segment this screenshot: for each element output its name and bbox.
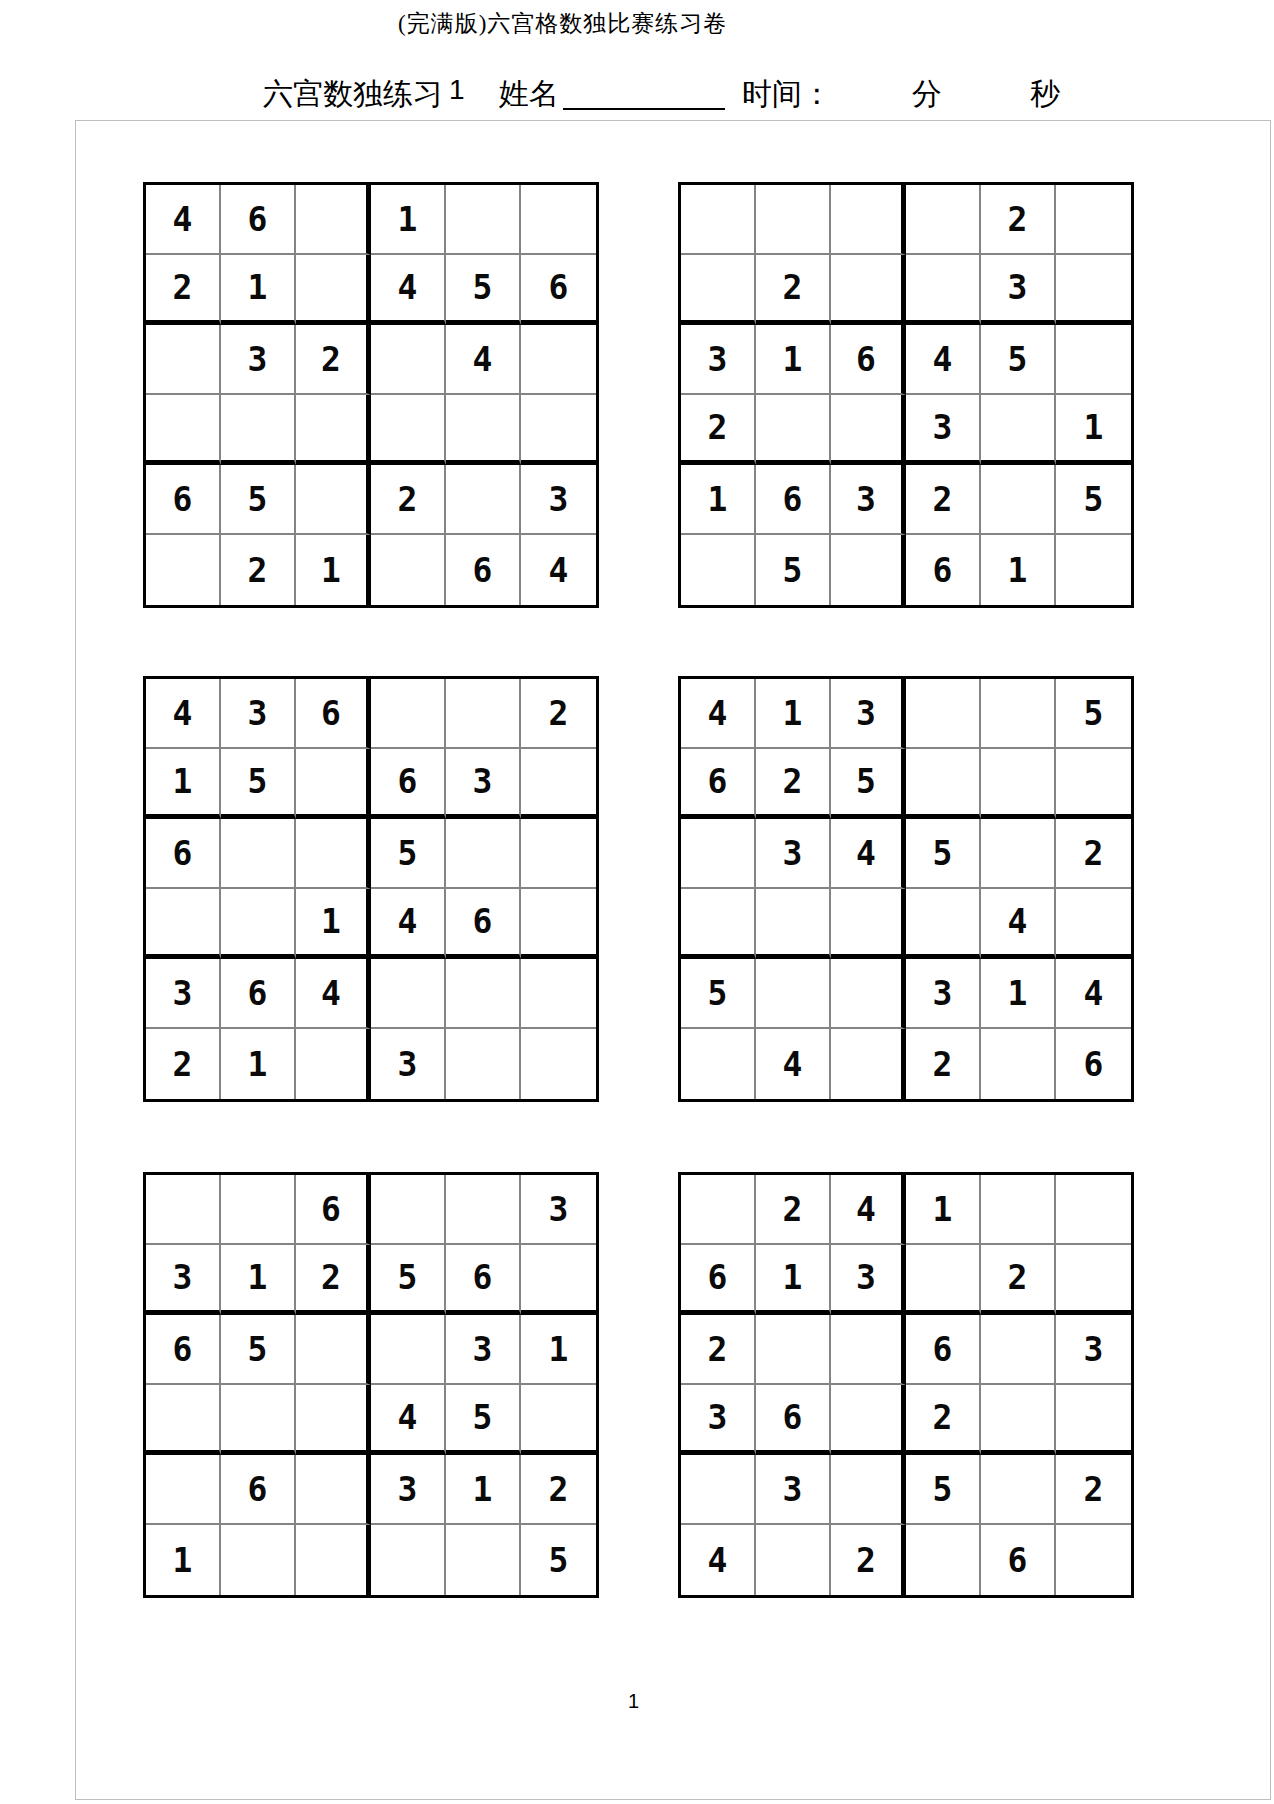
puzzle-1-cell-r6c4 <box>371 535 446 605</box>
puzzle-3-cell-r6c3 <box>296 1029 371 1099</box>
puzzle-6-cell-r5c4: 5 <box>906 1455 981 1525</box>
worksheet-page: (完满版)六宫格数独比赛练习卷 六宫数独练习 1 姓名 时间： 分 秒 4612… <box>0 0 1274 1804</box>
puzzle-4-cell-r2c6 <box>1056 749 1131 819</box>
sudoku-grid-1: 4612145632465232164 <box>143 182 599 608</box>
puzzle-1-cell-r1c6 <box>521 185 596 255</box>
puzzle-4-cell-r5c1: 5 <box>681 959 756 1029</box>
puzzle-1-cell-r4c3 <box>296 395 371 465</box>
puzzle-6-cell-r1c3: 4 <box>831 1175 906 1245</box>
puzzle-2-cell-r4c2 <box>756 395 831 465</box>
puzzle-4-cell-r5c6: 4 <box>1056 959 1131 1029</box>
puzzle-4-cell-r1c6: 5 <box>1056 679 1131 749</box>
puzzle-2-cell-r3c2: 1 <box>756 325 831 395</box>
puzzle-2-cell-r2c5: 3 <box>981 255 1056 325</box>
puzzle-2-cell-r2c4 <box>906 255 981 325</box>
puzzle-5-cell-r3c4 <box>371 1315 446 1385</box>
puzzle-4-cell-r5c5: 1 <box>981 959 1056 1029</box>
puzzle-3-cell-r2c5: 3 <box>446 749 521 819</box>
puzzle-4-cell-r4c1 <box>681 889 756 959</box>
puzzle-5-cell-r1c5 <box>446 1175 521 1245</box>
puzzle-2-cell-r6c4: 6 <box>906 535 981 605</box>
puzzle-6-cell-r3c6: 3 <box>1056 1315 1131 1385</box>
sudoku-grid-6: 2416132263362352426 <box>678 1172 1134 1598</box>
puzzle-2-cell-r2c1 <box>681 255 756 325</box>
puzzle-3-cell-r1c3: 6 <box>296 679 371 749</box>
puzzle-3-cell-r5c3: 4 <box>296 959 371 1029</box>
puzzle-6-cell-r6c1: 4 <box>681 1525 756 1595</box>
puzzle-5-cell-r1c3: 6 <box>296 1175 371 1245</box>
name-label: 姓名 <box>499 74 559 115</box>
puzzle-6-cell-r4c3 <box>831 1385 906 1455</box>
sudoku-grid-2: 2233164523116325561 <box>678 182 1134 608</box>
puzzle-3-cell-r3c1: 6 <box>146 819 221 889</box>
puzzle-2-cell-r5c3: 3 <box>831 465 906 535</box>
puzzle-4-cell-r3c6: 2 <box>1056 819 1131 889</box>
puzzle-3-cell-r4c2 <box>221 889 296 959</box>
puzzle-4-cell-r3c2: 3 <box>756 819 831 889</box>
puzzle-5-cell-r3c5: 3 <box>446 1315 521 1385</box>
puzzle-6-cell-r6c4 <box>906 1525 981 1595</box>
puzzle-4-cell-r6c1 <box>681 1029 756 1099</box>
puzzle-2-cell-r4c6: 1 <box>1056 395 1131 465</box>
puzzle-5-cell-r3c6: 1 <box>521 1315 596 1385</box>
puzzle-6-cell-r1c4: 1 <box>906 1175 981 1245</box>
puzzle-3-cell-r3c2 <box>221 819 296 889</box>
puzzle-3-cell-r6c5 <box>446 1029 521 1099</box>
puzzle-2-cell-r6c6 <box>1056 535 1131 605</box>
puzzle-6-cell-r3c4: 6 <box>906 1315 981 1385</box>
puzzle-5-cell-r5c5: 1 <box>446 1455 521 1525</box>
puzzle-5-cell-r5c4: 3 <box>371 1455 446 1525</box>
puzzle-1-cell-r6c3: 1 <box>296 535 371 605</box>
puzzle-5-cell-r6c2 <box>221 1525 296 1595</box>
puzzle-1-cell-r1c3 <box>296 185 371 255</box>
puzzle-6-cell-r2c4 <box>906 1245 981 1315</box>
puzzle-6-cell-r2c5: 2 <box>981 1245 1056 1315</box>
puzzle-3-cell-r2c3 <box>296 749 371 819</box>
puzzle-4-cell-r6c5 <box>981 1029 1056 1099</box>
puzzle-2-cell-r1c3 <box>831 185 906 255</box>
puzzle-1-cell-r3c4 <box>371 325 446 395</box>
puzzle-1-cell-r5c6: 3 <box>521 465 596 535</box>
puzzle-6-cell-r4c4: 2 <box>906 1385 981 1455</box>
puzzle-2-cell-r6c3 <box>831 535 906 605</box>
puzzle-5-cell-r2c3: 2 <box>296 1245 371 1315</box>
sudoku-grid-5: 6331256653145631215 <box>143 1172 599 1598</box>
puzzle-6-cell-r5c6: 2 <box>1056 1455 1131 1525</box>
puzzle-2-cell-r5c2: 6 <box>756 465 831 535</box>
puzzle-1-cell-r2c4: 4 <box>371 255 446 325</box>
puzzle-4-cell-r4c3 <box>831 889 906 959</box>
puzzle-4-cell-r2c5 <box>981 749 1056 819</box>
puzzle-4-cell-r4c5: 4 <box>981 889 1056 959</box>
puzzle-4-cell-r5c2 <box>756 959 831 1029</box>
puzzle-4-cell-r4c2 <box>756 889 831 959</box>
puzzle-1-cell-r3c2: 3 <box>221 325 296 395</box>
puzzle-3-cell-r4c6 <box>521 889 596 959</box>
puzzle-3-cell-r2c1: 1 <box>146 749 221 819</box>
puzzle-3-cell-r4c5: 6 <box>446 889 521 959</box>
puzzle-1-cell-r2c1: 2 <box>146 255 221 325</box>
puzzle-4-cell-r4c4 <box>906 889 981 959</box>
puzzle-5-cell-r5c3 <box>296 1455 371 1525</box>
puzzle-1-cell-r6c6: 4 <box>521 535 596 605</box>
puzzle-6-cell-r1c5 <box>981 1175 1056 1245</box>
puzzle-5-cell-r5c6: 2 <box>521 1455 596 1525</box>
puzzle-3-cell-r5c6 <box>521 959 596 1029</box>
puzzle-1-cell-r6c1 <box>146 535 221 605</box>
puzzle-3-cell-r3c5 <box>446 819 521 889</box>
puzzle-5-cell-r1c4 <box>371 1175 446 1245</box>
puzzle-1-cell-r5c4: 2 <box>371 465 446 535</box>
puzzle-4-cell-r1c5 <box>981 679 1056 749</box>
puzzle-2-cell-r3c4: 4 <box>906 325 981 395</box>
puzzle-4-cell-r1c4 <box>906 679 981 749</box>
puzzle-4-cell-r6c3 <box>831 1029 906 1099</box>
puzzle-6-cell-r6c6 <box>1056 1525 1131 1595</box>
puzzle-5-cell-r3c1: 6 <box>146 1315 221 1385</box>
puzzle-3-cell-r2c4: 6 <box>371 749 446 819</box>
puzzle-2-cell-r1c6 <box>1056 185 1131 255</box>
puzzle-4-cell-r2c2: 2 <box>756 749 831 819</box>
puzzle-6-cell-r1c1 <box>681 1175 756 1245</box>
puzzle-5-cell-r2c6 <box>521 1245 596 1315</box>
puzzle-3-cell-r1c5 <box>446 679 521 749</box>
puzzle-5-cell-r5c2: 6 <box>221 1455 296 1525</box>
puzzle-5-cell-r4c4: 4 <box>371 1385 446 1455</box>
puzzle-5-cell-r6c5 <box>446 1525 521 1595</box>
puzzle-2-cell-r2c2: 2 <box>756 255 831 325</box>
puzzle-4-cell-r3c1 <box>681 819 756 889</box>
puzzle-3-cell-r2c6 <box>521 749 596 819</box>
puzzle-5-cell-r6c1: 1 <box>146 1525 221 1595</box>
worksheet-number: 1 <box>449 74 465 106</box>
worksheet-title: 六宫数独练习 <box>263 74 443 115</box>
puzzle-6-cell-r5c2: 3 <box>756 1455 831 1525</box>
puzzle-3-cell-r4c1 <box>146 889 221 959</box>
puzzle-2-cell-r5c6: 5 <box>1056 465 1131 535</box>
puzzle-5-cell-r3c2: 5 <box>221 1315 296 1385</box>
puzzle-2-cell-r3c3: 6 <box>831 325 906 395</box>
puzzle-1-cell-r3c3: 2 <box>296 325 371 395</box>
puzzle-1-cell-r2c3 <box>296 255 371 325</box>
puzzle-3-cell-r6c2: 1 <box>221 1029 296 1099</box>
puzzle-6-cell-r5c3 <box>831 1455 906 1525</box>
puzzle-1-cell-r6c5: 6 <box>446 535 521 605</box>
puzzle-6-cell-r6c2 <box>756 1525 831 1595</box>
puzzle-6-cell-r4c6 <box>1056 1385 1131 1455</box>
puzzle-2-cell-r4c3 <box>831 395 906 465</box>
puzzle-1-cell-r2c6: 6 <box>521 255 596 325</box>
puzzle-2-cell-r6c5: 1 <box>981 535 1056 605</box>
minutes-label: 分 <box>912 74 942 115</box>
puzzle-3-cell-r1c6: 2 <box>521 679 596 749</box>
puzzle-2-cell-r5c1: 1 <box>681 465 756 535</box>
puzzle-3-cell-r3c6 <box>521 819 596 889</box>
puzzle-3-cell-r5c1: 3 <box>146 959 221 1029</box>
puzzle-3-cell-r1c4 <box>371 679 446 749</box>
puzzle-1-cell-r4c1 <box>146 395 221 465</box>
puzzle-3-cell-r1c2: 3 <box>221 679 296 749</box>
puzzle-4-cell-r3c5 <box>981 819 1056 889</box>
puzzle-6-cell-r1c6 <box>1056 1175 1131 1245</box>
name-blank-line <box>563 78 725 110</box>
puzzle-5-cell-r1c1 <box>146 1175 221 1245</box>
puzzle-1-cell-r4c2 <box>221 395 296 465</box>
puzzle-2-cell-r1c1 <box>681 185 756 255</box>
puzzle-2-cell-r6c2: 5 <box>756 535 831 605</box>
puzzle-3-cell-r5c2: 6 <box>221 959 296 1029</box>
puzzle-3-cell-r2c2: 5 <box>221 749 296 819</box>
puzzle-5-cell-r5c1 <box>146 1455 221 1525</box>
puzzle-1-cell-r3c1 <box>146 325 221 395</box>
puzzle-3-cell-r6c1: 2 <box>146 1029 221 1099</box>
puzzle-6-cell-r1c2: 2 <box>756 1175 831 1245</box>
puzzle-4-cell-r3c3: 4 <box>831 819 906 889</box>
puzzle-4-cell-r2c1: 6 <box>681 749 756 819</box>
puzzle-6-cell-r2c1: 6 <box>681 1245 756 1315</box>
puzzle-4-cell-r4c6 <box>1056 889 1131 959</box>
puzzle-5-cell-r1c6: 3 <box>521 1175 596 1245</box>
puzzle-6-cell-r5c5 <box>981 1455 1056 1525</box>
sudoku-grid-4: 4135625345245314426 <box>678 676 1134 1102</box>
page-number: 1 <box>628 1690 639 1713</box>
puzzle-4-cell-r6c6: 6 <box>1056 1029 1131 1099</box>
puzzle-1-cell-r1c4: 1 <box>371 185 446 255</box>
puzzle-5-cell-r4c3 <box>296 1385 371 1455</box>
puzzle-4-cell-r2c3: 5 <box>831 749 906 819</box>
puzzle-3-cell-r3c3 <box>296 819 371 889</box>
puzzle-6-cell-r3c3 <box>831 1315 906 1385</box>
puzzle-4-cell-r1c2: 1 <box>756 679 831 749</box>
puzzle-5-cell-r1c2 <box>221 1175 296 1245</box>
puzzle-4-cell-r5c3 <box>831 959 906 1029</box>
puzzle-2-cell-r4c4: 3 <box>906 395 981 465</box>
puzzle-5-cell-r2c5: 6 <box>446 1245 521 1315</box>
puzzle-4-cell-r6c2: 4 <box>756 1029 831 1099</box>
puzzle-4-cell-r2c4 <box>906 749 981 819</box>
puzzle-6-cell-r3c5 <box>981 1315 1056 1385</box>
puzzle-1-cell-r5c3 <box>296 465 371 535</box>
puzzle-2-cell-r3c5: 5 <box>981 325 1056 395</box>
sudoku-grid-3: 4362156365146364213 <box>143 676 599 1102</box>
puzzle-3-cell-r5c5 <box>446 959 521 1029</box>
puzzle-5-cell-r3c3 <box>296 1315 371 1385</box>
puzzle-1-cell-r2c5: 5 <box>446 255 521 325</box>
puzzle-5-cell-r4c2 <box>221 1385 296 1455</box>
puzzle-5-cell-r2c2: 1 <box>221 1245 296 1315</box>
puzzle-5-cell-r4c6 <box>521 1385 596 1455</box>
puzzle-1-cell-r4c4 <box>371 395 446 465</box>
puzzle-5-cell-r4c1 <box>146 1385 221 1455</box>
puzzle-5-cell-r4c5: 5 <box>446 1385 521 1455</box>
puzzle-3-cell-r6c6 <box>521 1029 596 1099</box>
puzzle-1-cell-r4c5 <box>446 395 521 465</box>
puzzle-1-cell-r5c5 <box>446 465 521 535</box>
puzzle-3-cell-r4c3: 1 <box>296 889 371 959</box>
puzzle-5-cell-r6c3 <box>296 1525 371 1595</box>
puzzle-1-cell-r1c5 <box>446 185 521 255</box>
time-label: 时间： <box>742 74 832 115</box>
puzzle-3-cell-r3c4: 5 <box>371 819 446 889</box>
puzzle-2-cell-r4c5 <box>981 395 1056 465</box>
puzzle-2-cell-r3c1: 3 <box>681 325 756 395</box>
puzzle-1-cell-r5c1: 6 <box>146 465 221 535</box>
puzzle-6-cell-r6c5: 6 <box>981 1525 1056 1595</box>
puzzle-5-cell-r6c6: 5 <box>521 1525 596 1595</box>
puzzle-2-cell-r3c6 <box>1056 325 1131 395</box>
puzzle-4-cell-r3c4: 5 <box>906 819 981 889</box>
puzzle-1-cell-r2c2: 1 <box>221 255 296 325</box>
puzzle-2-cell-r5c5 <box>981 465 1056 535</box>
puzzle-2-cell-r2c6 <box>1056 255 1131 325</box>
puzzle-1-cell-r4c6 <box>521 395 596 465</box>
seconds-label: 秒 <box>1030 74 1060 115</box>
puzzle-5-cell-r2c1: 3 <box>146 1245 221 1315</box>
puzzle-3-cell-r5c4 <box>371 959 446 1029</box>
puzzle-3-cell-r1c1: 4 <box>146 679 221 749</box>
puzzle-4-cell-r1c3: 3 <box>831 679 906 749</box>
puzzle-6-cell-r4c2: 6 <box>756 1385 831 1455</box>
puzzle-6-cell-r2c2: 1 <box>756 1245 831 1315</box>
document-title: (完满版)六宫格数独比赛练习卷 <box>398 8 727 39</box>
puzzle-1-cell-r1c2: 6 <box>221 185 296 255</box>
puzzle-1-cell-r3c5: 4 <box>446 325 521 395</box>
puzzle-6-cell-r6c3: 2 <box>831 1525 906 1595</box>
puzzle-6-cell-r2c3: 3 <box>831 1245 906 1315</box>
puzzle-4-cell-r6c4: 2 <box>906 1029 981 1099</box>
puzzle-2-cell-r1c4 <box>906 185 981 255</box>
puzzle-2-cell-r4c1: 2 <box>681 395 756 465</box>
puzzle-4-cell-r5c4: 3 <box>906 959 981 1029</box>
puzzle-3-cell-r4c4: 4 <box>371 889 446 959</box>
puzzle-2-cell-r5c4: 2 <box>906 465 981 535</box>
puzzle-2-cell-r1c2 <box>756 185 831 255</box>
puzzle-6-cell-r3c2 <box>756 1315 831 1385</box>
puzzle-1-cell-r6c2: 2 <box>221 535 296 605</box>
puzzle-6-cell-r4c5 <box>981 1385 1056 1455</box>
puzzle-5-cell-r2c4: 5 <box>371 1245 446 1315</box>
puzzle-4-cell-r1c1: 4 <box>681 679 756 749</box>
puzzle-1-cell-r3c6 <box>521 325 596 395</box>
puzzle-6-cell-r4c1: 3 <box>681 1385 756 1455</box>
puzzle-2-cell-r1c5: 2 <box>981 185 1056 255</box>
puzzle-1-cell-r1c1: 4 <box>146 185 221 255</box>
puzzle-3-cell-r6c4: 3 <box>371 1029 446 1099</box>
puzzle-6-cell-r5c1 <box>681 1455 756 1525</box>
puzzle-5-cell-r6c4 <box>371 1525 446 1595</box>
puzzle-1-cell-r5c2: 5 <box>221 465 296 535</box>
puzzle-2-cell-r6c1 <box>681 535 756 605</box>
puzzle-6-cell-r3c1: 2 <box>681 1315 756 1385</box>
puzzle-2-cell-r2c3 <box>831 255 906 325</box>
puzzle-6-cell-r2c6 <box>1056 1245 1131 1315</box>
